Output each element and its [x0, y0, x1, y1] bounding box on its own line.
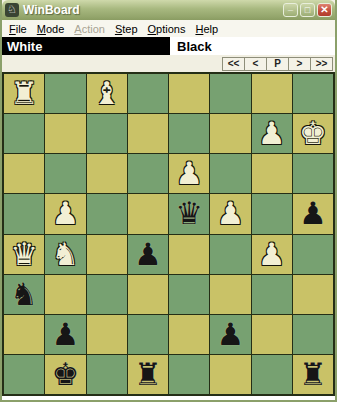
menu-bar: File Mode Action Step Options Help [2, 20, 335, 37]
piece-black-pawn[interactable]: ♟ [216, 319, 244, 350]
piece-black-rook[interactable]: ♜ [299, 359, 327, 390]
square-e7[interactable] [169, 114, 209, 153]
square-g6[interactable] [252, 154, 292, 193]
square-c2[interactable] [87, 315, 127, 354]
square-h3[interactable] [293, 275, 333, 314]
square-a3[interactable]: ♞ [4, 275, 44, 314]
square-b6[interactable] [45, 154, 85, 193]
piece-white-queen[interactable]: ♛ [10, 239, 38, 270]
piece-white-rook[interactable]: ♜ [10, 78, 38, 109]
square-g5[interactable] [252, 194, 292, 233]
menu-help[interactable]: Help [193, 22, 224, 36]
nav-forward-button[interactable]: > [288, 57, 311, 71]
menu-action: Action [72, 22, 111, 36]
menu-mode[interactable]: Mode [35, 22, 71, 36]
square-h7[interactable]: ♚ [293, 114, 333, 153]
white-clock-label: White [2, 37, 170, 55]
piece-white-knight[interactable]: ♞ [51, 239, 79, 270]
square-e3[interactable] [169, 275, 209, 314]
square-a8[interactable]: ♜ [4, 74, 44, 113]
square-f7[interactable] [210, 114, 250, 153]
square-c8[interactable]: ♝ [87, 74, 127, 113]
square-d5[interactable] [128, 194, 168, 233]
window-bottom-frame [2, 396, 335, 401]
square-f5[interactable]: ♟ [210, 194, 250, 233]
square-g4[interactable]: ♟ [252, 235, 292, 274]
nav-to-start-button[interactable]: << [222, 57, 245, 71]
square-h6[interactable] [293, 154, 333, 193]
square-h2[interactable] [293, 315, 333, 354]
square-h1[interactable]: ♜ [293, 355, 333, 394]
square-a6[interactable] [4, 154, 44, 193]
square-f8[interactable] [210, 74, 250, 113]
menu-file[interactable]: File [7, 22, 33, 36]
square-b8[interactable] [45, 74, 85, 113]
square-e5[interactable]: ♛ [169, 194, 209, 233]
square-c4[interactable] [87, 235, 127, 274]
piece-white-king[interactable]: ♚ [299, 118, 327, 149]
piece-white-pawn[interactable]: ♟ [258, 239, 286, 270]
winboard-window: ♘ WinBoard _ □ ✕ File Mode Action Step O… [0, 0, 337, 402]
square-e4[interactable] [169, 235, 209, 274]
square-f4[interactable] [210, 235, 250, 274]
square-a4[interactable]: ♛ [4, 235, 44, 274]
square-f6[interactable] [210, 154, 250, 193]
square-f3[interactable] [210, 275, 250, 314]
piece-white-pawn[interactable]: ♟ [51, 198, 79, 229]
app-knight-icon: ♘ [5, 3, 19, 17]
square-d4[interactable]: ♟ [128, 235, 168, 274]
square-b5[interactable]: ♟ [45, 194, 85, 233]
piece-white-pawn[interactable]: ♟ [216, 198, 244, 229]
piece-white-pawn[interactable]: ♟ [175, 158, 203, 189]
close-button[interactable]: ✕ [317, 3, 332, 17]
square-f2[interactable]: ♟ [210, 315, 250, 354]
square-d6[interactable] [128, 154, 168, 193]
square-d3[interactable] [128, 275, 168, 314]
square-a5[interactable] [4, 194, 44, 233]
square-b3[interactable] [45, 275, 85, 314]
window-title: WinBoard [23, 3, 281, 17]
square-c7[interactable] [87, 114, 127, 153]
black-clock-label: Black [170, 37, 212, 55]
square-d8[interactable] [128, 74, 168, 113]
menu-options[interactable]: Options [146, 22, 192, 36]
square-h5[interactable]: ♟ [293, 194, 333, 233]
maximize-button[interactable]: □ [300, 3, 315, 17]
square-a1[interactable] [4, 355, 44, 394]
square-c6[interactable] [87, 154, 127, 193]
square-g8[interactable] [252, 74, 292, 113]
square-a2[interactable] [4, 315, 44, 354]
clock-row: White Black [2, 37, 335, 55]
piece-black-knight[interactable]: ♞ [10, 279, 38, 310]
square-h8[interactable] [293, 74, 333, 113]
minimize-button[interactable]: _ [283, 3, 298, 17]
square-g1[interactable] [252, 355, 292, 394]
square-g7[interactable]: ♟ [252, 114, 292, 153]
square-e2[interactable] [169, 315, 209, 354]
piece-black-rook[interactable]: ♜ [134, 359, 162, 390]
square-d7[interactable] [128, 114, 168, 153]
nav-bar: << < P > >> [2, 55, 335, 72]
square-g2[interactable] [252, 315, 292, 354]
nav-pause-button[interactable]: P [266, 57, 289, 71]
chess-board: ♜♝♟♚♟♟♛♟♟♛♞♟♟♞♟♟♚♜♜ [2, 72, 335, 396]
nav-back-button[interactable]: < [244, 57, 267, 71]
piece-white-bishop[interactable]: ♝ [93, 78, 121, 109]
piece-black-pawn[interactable]: ♟ [299, 198, 327, 229]
square-e8[interactable] [169, 74, 209, 113]
piece-black-pawn[interactable]: ♟ [134, 239, 162, 270]
nav-to-end-button[interactable]: >> [310, 57, 333, 71]
square-d1[interactable]: ♜ [128, 355, 168, 394]
title-bar[interactable]: ♘ WinBoard _ □ ✕ [2, 0, 335, 20]
square-c5[interactable] [87, 194, 127, 233]
square-a7[interactable] [4, 114, 44, 153]
piece-black-queen[interactable]: ♛ [175, 198, 203, 229]
square-c3[interactable] [87, 275, 127, 314]
square-b1[interactable]: ♚ [45, 355, 85, 394]
piece-black-pawn[interactable]: ♟ [51, 319, 79, 350]
piece-black-king[interactable]: ♚ [51, 359, 79, 390]
square-b7[interactable] [45, 114, 85, 153]
piece-white-pawn[interactable]: ♟ [258, 118, 286, 149]
menu-step[interactable]: Step [113, 22, 144, 36]
square-e1[interactable] [169, 355, 209, 394]
square-c1[interactable] [87, 355, 127, 394]
square-b4[interactable]: ♞ [45, 235, 85, 274]
square-f1[interactable] [210, 355, 250, 394]
square-g3[interactable] [252, 275, 292, 314]
square-h4[interactable] [293, 235, 333, 274]
square-e6[interactable]: ♟ [169, 154, 209, 193]
square-d2[interactable] [128, 315, 168, 354]
square-b2[interactable]: ♟ [45, 315, 85, 354]
